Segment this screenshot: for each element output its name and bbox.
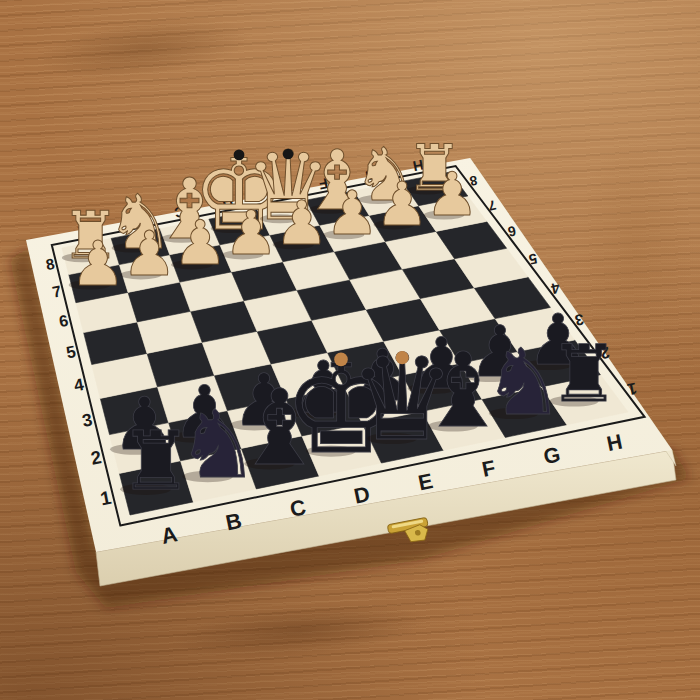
chessboard-svg: AABBCCDDEEFFGGHH1122334455667788♜♞♝♚♛♝♞♜… — [0, 0, 700, 700]
piece-white-pawn-b7[interactable]: ♟ — [122, 218, 177, 290]
finial-black-queen — [396, 351, 409, 364]
finial-white-king — [234, 150, 245, 161]
finial-white-queen — [283, 149, 294, 160]
piece-white-pawn-c7[interactable]: ♟ — [173, 207, 228, 278]
finial-black-king — [334, 353, 348, 367]
chess-set-photo: AABBCCDDEEFFGGHH1122334455667788♜♞♝♚♛♝♞♜… — [0, 0, 700, 700]
piece-white-pawn-h7[interactable]: ♟ — [425, 159, 479, 229]
piece-white-pawn-a7[interactable]: ♟ — [70, 228, 125, 300]
piece-white-pawn-e7[interactable]: ♟ — [274, 188, 328, 258]
piece-black-rook-h1[interactable]: ♜ — [549, 328, 619, 420]
piece-white-pawn-g7[interactable]: ♟ — [375, 169, 429, 239]
piece-white-pawn-f7[interactable]: ♟ — [325, 178, 379, 248]
piece-white-pawn-d7[interactable]: ♟ — [224, 197, 279, 268]
